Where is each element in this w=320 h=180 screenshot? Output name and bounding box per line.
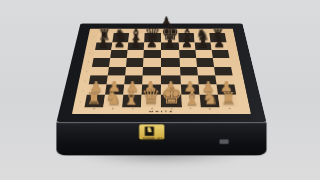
square-f4[interactable] [180, 67, 198, 76]
square-e4[interactable] [161, 67, 181, 76]
square-d1[interactable]: ♛ [141, 94, 161, 107]
piece-white-queen[interactable]: ♛ [141, 88, 161, 105]
piece-white-bishop[interactable]: ♝ [123, 90, 141, 105]
coord-label: 6 [87, 51, 93, 56]
coord-label: 4 [84, 69, 90, 74]
square-g4[interactable] [197, 67, 215, 76]
chess-board-device: ♜♞♝♛♚♝♞♜♟♟♟♟♟♟♟♟♟♟♟♟♟♟♟♟♜♞♝♛♚♝♞♜ abcdefg… [56, 24, 266, 123]
connector-mark-icon [220, 139, 229, 143]
piece-black-pawn[interactable]: ♟ [214, 38, 226, 48]
piece-black-pawn[interactable]: ♟ [198, 38, 210, 48]
coord-label: 3 [82, 78, 88, 83]
front-face: ♞ SQUARE OFF [56, 122, 266, 155]
square-c1[interactable]: ♝ [122, 94, 141, 107]
square-c4[interactable] [125, 67, 143, 76]
piece-black-pawn[interactable]: ♟ [181, 38, 193, 48]
square-g7[interactable]: ♟ [195, 42, 212, 50]
piece-black-pawn[interactable]: ♟ [164, 38, 176, 48]
piece-black-pawn[interactable]: ♟ [146, 38, 158, 48]
piece-white-rook[interactable]: ♜ [221, 92, 237, 105]
brand-badge: ♞ SQUARE OFF [139, 124, 164, 139]
square-h1[interactable]: ♜ [218, 94, 239, 107]
square-d7[interactable]: ♟ [143, 42, 160, 50]
piece-white-knight[interactable]: ♞ [202, 91, 219, 105]
square-f1[interactable]: ♝ [182, 94, 201, 107]
square-f7[interactable]: ♟ [179, 42, 196, 50]
square-h7[interactable]: ♟ [211, 42, 228, 50]
piece-white-bishop[interactable]: ♝ [183, 90, 201, 105]
square-b4[interactable] [108, 67, 126, 76]
piece-white-rook[interactable]: ♜ [86, 92, 102, 105]
piece-white-knight[interactable]: ♞ [104, 91, 121, 105]
square-c7[interactable]: ♟ [127, 42, 144, 50]
coord-label: 5 [85, 59, 91, 64]
piece-black-pawn[interactable]: ♟ [97, 38, 109, 48]
square-a1[interactable]: ♜ [84, 94, 105, 107]
square-a7[interactable]: ♟ [95, 42, 112, 50]
square-a4[interactable] [90, 67, 109, 76]
square-e1[interactable]: ♚ [160, 94, 182, 107]
piece-black-pawn[interactable]: ♟ [130, 38, 142, 48]
coord-label: 7 [89, 43, 95, 47]
square-d4[interactable] [142, 67, 160, 76]
piece-white-king[interactable]: ♚ [161, 87, 183, 105]
brand-name: SQUARE OFF [142, 137, 162, 139]
product-photo-scene: ♜♞♝♛♚♝♞♜♟♟♟♟♟♟♟♟♟♟♟♟♟♟♟♟♜♞♝♛♚♝♞♜ abcdefg… [0, 0, 320, 180]
coord-label: 8 [91, 35, 96, 39]
square-b7[interactable]: ♟ [111, 42, 128, 50]
square-h4[interactable] [214, 67, 233, 76]
square-g1[interactable]: ♞ [200, 94, 220, 107]
chess-grid[interactable]: ♜♞♝♛♚♝♞♜♟♟♟♟♟♟♟♟♟♟♟♟♟♟♟♟♜♞♝♛♚♝♞♜ [84, 33, 238, 107]
knight-logo-glyph: ♞ [146, 127, 153, 135]
piece-black-pawn[interactable]: ♟ [114, 38, 126, 48]
square-b1[interactable]: ♞ [103, 94, 123, 107]
knight-logo-icon: ♞ [145, 126, 154, 135]
